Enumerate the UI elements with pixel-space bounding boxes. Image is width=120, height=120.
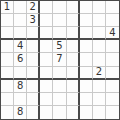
cell-r1c9[interactable] bbox=[106, 1, 119, 14]
cell-r5c2[interactable]: 6 bbox=[14, 53, 27, 66]
cell-r6c6[interactable] bbox=[67, 67, 80, 80]
cell-r4c2[interactable]: 4 bbox=[14, 40, 27, 53]
cell-r9c7[interactable] bbox=[80, 106, 93, 119]
cell-r3c3[interactable] bbox=[27, 27, 40, 40]
cell-r1c5[interactable] bbox=[53, 1, 66, 14]
cell-r7c4[interactable] bbox=[40, 80, 53, 93]
cell-r5c4[interactable] bbox=[40, 53, 53, 66]
cell-r2c3[interactable]: 3 bbox=[27, 14, 40, 27]
cell-r3c5[interactable] bbox=[53, 27, 66, 40]
cell-r9c4[interactable] bbox=[40, 106, 53, 119]
cell-r9c8[interactable] bbox=[93, 106, 106, 119]
cell-r7c8[interactable] bbox=[93, 80, 106, 93]
cell-r1c6[interactable] bbox=[67, 1, 80, 14]
cell-r3c2[interactable] bbox=[14, 27, 27, 40]
cell-r9c2[interactable]: 8 bbox=[14, 106, 27, 119]
cell-r2c2[interactable] bbox=[14, 14, 27, 27]
cell-r7c1[interactable] bbox=[1, 80, 14, 93]
cell-r1c7[interactable] bbox=[80, 1, 93, 14]
cell-r4c8[interactable] bbox=[93, 40, 106, 53]
cell-r8c3[interactable] bbox=[27, 93, 40, 106]
cell-r4c6[interactable] bbox=[67, 40, 80, 53]
cell-r2c4[interactable] bbox=[40, 14, 53, 27]
cell-r9c1[interactable] bbox=[1, 106, 14, 119]
cell-r3c9[interactable]: 4 bbox=[106, 27, 119, 40]
cell-r6c4[interactable] bbox=[40, 67, 53, 80]
cell-r5c3[interactable] bbox=[27, 53, 40, 66]
cell-r7c6[interactable] bbox=[67, 80, 80, 93]
cell-r6c5[interactable] bbox=[53, 67, 66, 80]
cell-r9c9[interactable] bbox=[106, 106, 119, 119]
cell-r6c8[interactable]: 2 bbox=[93, 67, 106, 80]
cell-r5c7[interactable] bbox=[80, 53, 93, 66]
cell-r5c6[interactable] bbox=[67, 53, 80, 66]
cell-r6c1[interactable] bbox=[1, 67, 14, 80]
cell-r7c2[interactable]: 8 bbox=[14, 80, 27, 93]
cell-r7c7[interactable] bbox=[80, 80, 93, 93]
cell-r1c1[interactable]: 1 bbox=[1, 1, 14, 14]
cell-r4c3[interactable] bbox=[27, 40, 40, 53]
cell-r6c3[interactable] bbox=[27, 67, 40, 80]
cell-r6c2[interactable] bbox=[14, 67, 27, 80]
cell-r1c2[interactable] bbox=[14, 1, 27, 14]
cell-r7c3[interactable] bbox=[27, 80, 40, 93]
cell-r5c1[interactable] bbox=[1, 53, 14, 66]
cell-r7c5[interactable] bbox=[53, 80, 66, 93]
cell-r3c8[interactable] bbox=[93, 27, 106, 40]
cell-r2c9[interactable] bbox=[106, 14, 119, 27]
cell-r8c7[interactable] bbox=[80, 93, 93, 106]
cell-r6c9[interactable] bbox=[106, 67, 119, 80]
cell-r4c1[interactable] bbox=[1, 40, 14, 53]
cell-r8c5[interactable] bbox=[53, 93, 66, 106]
sudoku-board: 12344567288 bbox=[0, 0, 120, 120]
cell-r3c4[interactable] bbox=[40, 27, 53, 40]
cell-r5c5[interactable]: 7 bbox=[53, 53, 66, 66]
cell-r2c6[interactable] bbox=[67, 14, 80, 27]
cell-r9c5[interactable] bbox=[53, 106, 66, 119]
cell-r6c7[interactable] bbox=[80, 67, 93, 80]
cell-r8c4[interactable] bbox=[40, 93, 53, 106]
cell-r8c2[interactable] bbox=[14, 93, 27, 106]
cell-r3c7[interactable] bbox=[80, 27, 93, 40]
cell-r8c8[interactable] bbox=[93, 93, 106, 106]
cell-r2c5[interactable] bbox=[53, 14, 66, 27]
cell-r8c9[interactable] bbox=[106, 93, 119, 106]
cell-r1c4[interactable] bbox=[40, 1, 53, 14]
cell-r2c1[interactable] bbox=[1, 14, 14, 27]
cell-r9c3[interactable] bbox=[27, 106, 40, 119]
cell-r2c8[interactable] bbox=[93, 14, 106, 27]
cell-r7c9[interactable] bbox=[106, 80, 119, 93]
cell-r5c8[interactable] bbox=[93, 53, 106, 66]
cell-r3c6[interactable] bbox=[67, 27, 80, 40]
cell-r3c1[interactable] bbox=[1, 27, 14, 40]
cell-r4c9[interactable] bbox=[106, 40, 119, 53]
cell-r1c8[interactable] bbox=[93, 1, 106, 14]
cell-r8c1[interactable] bbox=[1, 93, 14, 106]
cell-r2c7[interactable] bbox=[80, 14, 93, 27]
cell-r1c3[interactable]: 2 bbox=[27, 1, 40, 14]
cell-r9c6[interactable] bbox=[67, 106, 80, 119]
cell-r5c9[interactable] bbox=[106, 53, 119, 66]
cell-r4c7[interactable] bbox=[80, 40, 93, 53]
cell-r8c6[interactable] bbox=[67, 93, 80, 106]
cell-r4c4[interactable] bbox=[40, 40, 53, 53]
cell-r4c5[interactable]: 5 bbox=[53, 40, 66, 53]
